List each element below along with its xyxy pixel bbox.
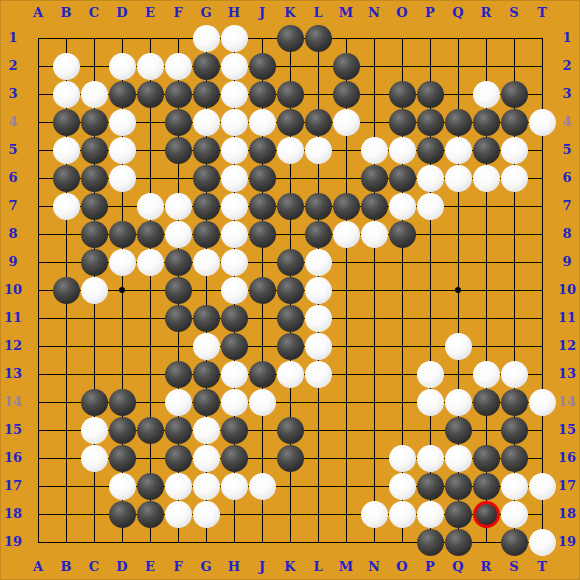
intersection-R4[interactable] — [472, 108, 500, 136]
intersection-M15[interactable] — [332, 416, 360, 444]
intersection-T17[interactable] — [528, 472, 556, 500]
intersection-K9[interactable] — [276, 248, 304, 276]
intersection-Q16[interactable] — [444, 444, 472, 472]
intersection-C16[interactable] — [80, 444, 108, 472]
intersection-D5[interactable] — [108, 136, 136, 164]
intersection-H6[interactable] — [220, 164, 248, 192]
intersection-A13[interactable] — [24, 360, 52, 388]
intersection-C10[interactable] — [80, 276, 108, 304]
intersection-S4[interactable] — [500, 108, 528, 136]
intersection-Q15[interactable] — [444, 416, 472, 444]
intersection-C3[interactable] — [80, 80, 108, 108]
intersection-P13[interactable] — [416, 360, 444, 388]
intersection-F11[interactable] — [164, 304, 192, 332]
intersection-E9[interactable] — [136, 248, 164, 276]
intersection-P16[interactable] — [416, 444, 444, 472]
intersection-E18[interactable] — [136, 500, 164, 528]
intersection-L14[interactable] — [304, 388, 332, 416]
intersection-E7[interactable] — [136, 192, 164, 220]
intersection-L15[interactable] — [304, 416, 332, 444]
intersection-Q13[interactable] — [444, 360, 472, 388]
intersection-R6[interactable] — [472, 164, 500, 192]
intersection-M6[interactable] — [332, 164, 360, 192]
intersection-O12[interactable] — [388, 332, 416, 360]
intersection-R15[interactable] — [472, 416, 500, 444]
intersection-H10[interactable] — [220, 276, 248, 304]
intersection-B15[interactable] — [52, 416, 80, 444]
intersection-D1[interactable] — [108, 24, 136, 52]
intersection-P5[interactable] — [416, 136, 444, 164]
intersection-O1[interactable] — [388, 24, 416, 52]
intersection-E3[interactable] — [136, 80, 164, 108]
intersection-T1[interactable] — [528, 24, 556, 52]
intersection-F2[interactable] — [164, 52, 192, 80]
intersection-Q8[interactable] — [444, 220, 472, 248]
intersection-F5[interactable] — [164, 136, 192, 164]
intersection-B7[interactable] — [52, 192, 80, 220]
intersection-Q3[interactable] — [444, 80, 472, 108]
intersection-T12[interactable] — [528, 332, 556, 360]
intersection-O2[interactable] — [388, 52, 416, 80]
intersection-B10[interactable] — [52, 276, 80, 304]
intersection-J7[interactable] — [248, 192, 276, 220]
intersection-G10[interactable] — [192, 276, 220, 304]
intersection-Q18[interactable] — [444, 500, 472, 528]
intersection-M16[interactable] — [332, 444, 360, 472]
intersection-B11[interactable] — [52, 304, 80, 332]
intersection-H9[interactable] — [220, 248, 248, 276]
intersection-T10[interactable] — [528, 276, 556, 304]
intersection-K19[interactable] — [276, 528, 304, 556]
intersection-B2[interactable] — [52, 52, 80, 80]
intersection-H1[interactable] — [220, 24, 248, 52]
intersection-K17[interactable] — [276, 472, 304, 500]
intersection-H16[interactable] — [220, 444, 248, 472]
intersection-O19[interactable] — [388, 528, 416, 556]
intersection-A1[interactable] — [24, 24, 52, 52]
intersection-F16[interactable] — [164, 444, 192, 472]
intersection-S11[interactable] — [500, 304, 528, 332]
intersection-Q19[interactable] — [444, 528, 472, 556]
intersection-L18[interactable] — [304, 500, 332, 528]
intersection-C9[interactable] — [80, 248, 108, 276]
intersection-L3[interactable] — [304, 80, 332, 108]
intersection-E8[interactable] — [136, 220, 164, 248]
intersection-A4[interactable] — [24, 108, 52, 136]
intersection-Q14[interactable] — [444, 388, 472, 416]
intersection-F15[interactable] — [164, 416, 192, 444]
intersection-A15[interactable] — [24, 416, 52, 444]
intersection-F6[interactable] — [164, 164, 192, 192]
intersection-M7[interactable] — [332, 192, 360, 220]
intersection-S18[interactable] — [500, 500, 528, 528]
intersection-L4[interactable] — [304, 108, 332, 136]
intersection-E15[interactable] — [136, 416, 164, 444]
intersection-E16[interactable] — [136, 444, 164, 472]
intersection-E14[interactable] — [136, 388, 164, 416]
intersection-B16[interactable] — [52, 444, 80, 472]
intersection-R18[interactable] — [472, 500, 500, 528]
intersection-D2[interactable] — [108, 52, 136, 80]
intersection-C4[interactable] — [80, 108, 108, 136]
intersection-P11[interactable] — [416, 304, 444, 332]
intersection-G1[interactable] — [192, 24, 220, 52]
intersection-C2[interactable] — [80, 52, 108, 80]
intersection-C11[interactable] — [80, 304, 108, 332]
intersection-T8[interactable] — [528, 220, 556, 248]
intersection-F13[interactable] — [164, 360, 192, 388]
intersection-M12[interactable] — [332, 332, 360, 360]
intersection-L12[interactable] — [304, 332, 332, 360]
intersection-B9[interactable] — [52, 248, 80, 276]
intersection-B14[interactable] — [52, 388, 80, 416]
intersection-S1[interactable] — [500, 24, 528, 52]
intersection-P19[interactable] — [416, 528, 444, 556]
intersection-B18[interactable] — [52, 500, 80, 528]
intersection-G3[interactable] — [192, 80, 220, 108]
intersection-H2[interactable] — [220, 52, 248, 80]
intersection-F17[interactable] — [164, 472, 192, 500]
intersection-N5[interactable] — [360, 136, 388, 164]
intersection-D6[interactable] — [108, 164, 136, 192]
intersection-D15[interactable] — [108, 416, 136, 444]
intersection-K18[interactable] — [276, 500, 304, 528]
intersection-P15[interactable] — [416, 416, 444, 444]
intersection-J11[interactable] — [248, 304, 276, 332]
intersection-A12[interactable] — [24, 332, 52, 360]
intersection-G6[interactable] — [192, 164, 220, 192]
intersection-G7[interactable] — [192, 192, 220, 220]
intersection-J14[interactable] — [248, 388, 276, 416]
intersection-S17[interactable] — [500, 472, 528, 500]
intersection-L11[interactable] — [304, 304, 332, 332]
intersection-A19[interactable] — [24, 528, 52, 556]
intersection-Q12[interactable] — [444, 332, 472, 360]
intersection-T16[interactable] — [528, 444, 556, 472]
intersection-J9[interactable] — [248, 248, 276, 276]
intersection-J4[interactable] — [248, 108, 276, 136]
intersection-H3[interactable] — [220, 80, 248, 108]
intersection-O16[interactable] — [388, 444, 416, 472]
intersection-K3[interactable] — [276, 80, 304, 108]
intersection-D10[interactable] — [108, 276, 136, 304]
intersection-S3[interactable] — [500, 80, 528, 108]
intersection-N14[interactable] — [360, 388, 388, 416]
intersection-R7[interactable] — [472, 192, 500, 220]
intersection-A14[interactable] — [24, 388, 52, 416]
intersection-F1[interactable] — [164, 24, 192, 52]
intersection-F9[interactable] — [164, 248, 192, 276]
intersection-G12[interactable] — [192, 332, 220, 360]
intersection-J5[interactable] — [248, 136, 276, 164]
intersection-M2[interactable] — [332, 52, 360, 80]
intersection-Q6[interactable] — [444, 164, 472, 192]
intersection-D3[interactable] — [108, 80, 136, 108]
intersection-H19[interactable] — [220, 528, 248, 556]
intersection-P1[interactable] — [416, 24, 444, 52]
intersection-J8[interactable] — [248, 220, 276, 248]
intersection-A11[interactable] — [24, 304, 52, 332]
intersection-M13[interactable] — [332, 360, 360, 388]
intersection-D16[interactable] — [108, 444, 136, 472]
intersection-J6[interactable] — [248, 164, 276, 192]
intersection-B4[interactable] — [52, 108, 80, 136]
intersection-R3[interactable] — [472, 80, 500, 108]
intersection-P18[interactable] — [416, 500, 444, 528]
intersection-C15[interactable] — [80, 416, 108, 444]
intersection-O7[interactable] — [388, 192, 416, 220]
intersection-M19[interactable] — [332, 528, 360, 556]
intersection-G4[interactable] — [192, 108, 220, 136]
intersection-P2[interactable] — [416, 52, 444, 80]
intersection-R17[interactable] — [472, 472, 500, 500]
intersection-K14[interactable] — [276, 388, 304, 416]
intersection-R11[interactable] — [472, 304, 500, 332]
intersection-P17[interactable] — [416, 472, 444, 500]
intersection-L10[interactable] — [304, 276, 332, 304]
intersection-M3[interactable] — [332, 80, 360, 108]
intersection-G5[interactable] — [192, 136, 220, 164]
intersection-M18[interactable] — [332, 500, 360, 528]
intersection-N12[interactable] — [360, 332, 388, 360]
intersection-L7[interactable] — [304, 192, 332, 220]
intersection-D14[interactable] — [108, 388, 136, 416]
intersection-M4[interactable] — [332, 108, 360, 136]
intersection-C5[interactable] — [80, 136, 108, 164]
intersection-G2[interactable] — [192, 52, 220, 80]
intersection-Q9[interactable] — [444, 248, 472, 276]
intersection-F10[interactable] — [164, 276, 192, 304]
intersection-N19[interactable] — [360, 528, 388, 556]
intersection-S15[interactable] — [500, 416, 528, 444]
intersection-D12[interactable] — [108, 332, 136, 360]
intersection-R14[interactable] — [472, 388, 500, 416]
intersection-Q11[interactable] — [444, 304, 472, 332]
intersection-C6[interactable] — [80, 164, 108, 192]
intersection-B1[interactable] — [52, 24, 80, 52]
intersection-S9[interactable] — [500, 248, 528, 276]
intersection-P14[interactable] — [416, 388, 444, 416]
intersection-E2[interactable] — [136, 52, 164, 80]
intersection-S16[interactable] — [500, 444, 528, 472]
intersection-E12[interactable] — [136, 332, 164, 360]
intersection-G11[interactable] — [192, 304, 220, 332]
intersection-H17[interactable] — [220, 472, 248, 500]
intersection-C17[interactable] — [80, 472, 108, 500]
intersection-F7[interactable] — [164, 192, 192, 220]
intersection-C8[interactable] — [80, 220, 108, 248]
intersection-O10[interactable] — [388, 276, 416, 304]
intersection-A2[interactable] — [24, 52, 52, 80]
intersection-F18[interactable] — [164, 500, 192, 528]
intersection-M17[interactable] — [332, 472, 360, 500]
intersection-S5[interactable] — [500, 136, 528, 164]
intersection-J19[interactable] — [248, 528, 276, 556]
intersection-L16[interactable] — [304, 444, 332, 472]
intersection-A3[interactable] — [24, 80, 52, 108]
intersection-T14[interactable] — [528, 388, 556, 416]
intersection-Q1[interactable] — [444, 24, 472, 52]
intersection-J1[interactable] — [248, 24, 276, 52]
intersection-D13[interactable] — [108, 360, 136, 388]
intersection-K7[interactable] — [276, 192, 304, 220]
intersection-D8[interactable] — [108, 220, 136, 248]
intersection-E19[interactable] — [136, 528, 164, 556]
intersection-P3[interactable] — [416, 80, 444, 108]
intersection-B3[interactable] — [52, 80, 80, 108]
intersection-O6[interactable] — [388, 164, 416, 192]
intersection-M10[interactable] — [332, 276, 360, 304]
intersection-N16[interactable] — [360, 444, 388, 472]
intersection-T2[interactable] — [528, 52, 556, 80]
intersection-O11[interactable] — [388, 304, 416, 332]
intersection-T11[interactable] — [528, 304, 556, 332]
intersection-B17[interactable] — [52, 472, 80, 500]
intersection-A10[interactable] — [24, 276, 52, 304]
intersection-F8[interactable] — [164, 220, 192, 248]
intersection-T15[interactable] — [528, 416, 556, 444]
intersection-K15[interactable] — [276, 416, 304, 444]
intersection-O17[interactable] — [388, 472, 416, 500]
intersection-J13[interactable] — [248, 360, 276, 388]
intersection-A16[interactable] — [24, 444, 52, 472]
intersection-S10[interactable] — [500, 276, 528, 304]
intersection-A5[interactable] — [24, 136, 52, 164]
intersection-P4[interactable] — [416, 108, 444, 136]
intersection-R19[interactable] — [472, 528, 500, 556]
intersection-Q7[interactable] — [444, 192, 472, 220]
intersection-T5[interactable] — [528, 136, 556, 164]
intersection-O5[interactable] — [388, 136, 416, 164]
intersection-T4[interactable] — [528, 108, 556, 136]
intersection-Q5[interactable] — [444, 136, 472, 164]
intersection-R9[interactable] — [472, 248, 500, 276]
intersection-C14[interactable] — [80, 388, 108, 416]
intersection-T9[interactable] — [528, 248, 556, 276]
intersection-L17[interactable] — [304, 472, 332, 500]
intersection-Q4[interactable] — [444, 108, 472, 136]
intersection-C13[interactable] — [80, 360, 108, 388]
intersection-C19[interactable] — [80, 528, 108, 556]
intersection-N2[interactable] — [360, 52, 388, 80]
intersection-H15[interactable] — [220, 416, 248, 444]
intersection-L1[interactable] — [304, 24, 332, 52]
intersection-F3[interactable] — [164, 80, 192, 108]
intersection-P9[interactable] — [416, 248, 444, 276]
intersection-B19[interactable] — [52, 528, 80, 556]
intersection-T3[interactable] — [528, 80, 556, 108]
intersection-P12[interactable] — [416, 332, 444, 360]
intersection-D11[interactable] — [108, 304, 136, 332]
intersection-A17[interactable] — [24, 472, 52, 500]
intersection-J12[interactable] — [248, 332, 276, 360]
intersection-M5[interactable] — [332, 136, 360, 164]
intersection-M14[interactable] — [332, 388, 360, 416]
intersection-Q10[interactable] — [444, 276, 472, 304]
intersection-E10[interactable] — [136, 276, 164, 304]
intersection-H18[interactable] — [220, 500, 248, 528]
intersection-S2[interactable] — [500, 52, 528, 80]
intersection-L8[interactable] — [304, 220, 332, 248]
intersection-Q2[interactable] — [444, 52, 472, 80]
intersection-D9[interactable] — [108, 248, 136, 276]
intersection-S8[interactable] — [500, 220, 528, 248]
intersection-K10[interactable] — [276, 276, 304, 304]
intersection-O9[interactable] — [388, 248, 416, 276]
intersection-K1[interactable] — [276, 24, 304, 52]
intersection-S14[interactable] — [500, 388, 528, 416]
intersection-R13[interactable] — [472, 360, 500, 388]
intersection-P6[interactable] — [416, 164, 444, 192]
intersection-H7[interactable] — [220, 192, 248, 220]
intersection-O4[interactable] — [388, 108, 416, 136]
intersection-Q17[interactable] — [444, 472, 472, 500]
intersection-J17[interactable] — [248, 472, 276, 500]
intersection-O3[interactable] — [388, 80, 416, 108]
intersection-L2[interactable] — [304, 52, 332, 80]
intersection-M11[interactable] — [332, 304, 360, 332]
intersection-D7[interactable] — [108, 192, 136, 220]
intersection-J16[interactable] — [248, 444, 276, 472]
intersection-R2[interactable] — [472, 52, 500, 80]
intersection-S6[interactable] — [500, 164, 528, 192]
intersection-T7[interactable] — [528, 192, 556, 220]
intersection-G19[interactable] — [192, 528, 220, 556]
intersection-H8[interactable] — [220, 220, 248, 248]
intersection-J3[interactable] — [248, 80, 276, 108]
intersection-N15[interactable] — [360, 416, 388, 444]
intersection-F14[interactable] — [164, 388, 192, 416]
intersection-N3[interactable] — [360, 80, 388, 108]
intersection-D4[interactable] — [108, 108, 136, 136]
intersection-J2[interactable] — [248, 52, 276, 80]
intersection-S7[interactable] — [500, 192, 528, 220]
intersection-B6[interactable] — [52, 164, 80, 192]
intersection-C1[interactable] — [80, 24, 108, 52]
intersection-H11[interactable] — [220, 304, 248, 332]
intersection-L19[interactable] — [304, 528, 332, 556]
intersection-A6[interactable] — [24, 164, 52, 192]
intersection-E4[interactable] — [136, 108, 164, 136]
intersection-E1[interactable] — [136, 24, 164, 52]
intersection-B5[interactable] — [52, 136, 80, 164]
intersection-J10[interactable] — [248, 276, 276, 304]
intersection-N8[interactable] — [360, 220, 388, 248]
intersection-B12[interactable] — [52, 332, 80, 360]
intersection-A8[interactable] — [24, 220, 52, 248]
intersection-N7[interactable] — [360, 192, 388, 220]
intersection-B8[interactable] — [52, 220, 80, 248]
intersection-T19[interactable] — [528, 528, 556, 556]
intersection-K6[interactable] — [276, 164, 304, 192]
intersection-G13[interactable] — [192, 360, 220, 388]
intersection-R16[interactable] — [472, 444, 500, 472]
intersection-N17[interactable] — [360, 472, 388, 500]
intersection-M8[interactable] — [332, 220, 360, 248]
intersection-S13[interactable] — [500, 360, 528, 388]
intersection-G18[interactable] — [192, 500, 220, 528]
intersection-E5[interactable] — [136, 136, 164, 164]
intersection-E13[interactable] — [136, 360, 164, 388]
intersection-K16[interactable] — [276, 444, 304, 472]
intersection-K11[interactable] — [276, 304, 304, 332]
intersection-D19[interactable] — [108, 528, 136, 556]
intersection-A9[interactable] — [24, 248, 52, 276]
intersection-O18[interactable] — [388, 500, 416, 528]
intersection-N1[interactable] — [360, 24, 388, 52]
intersection-K13[interactable] — [276, 360, 304, 388]
intersection-H14[interactable] — [220, 388, 248, 416]
